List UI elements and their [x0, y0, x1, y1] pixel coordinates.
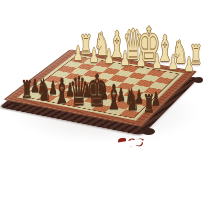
piece-white-knight: ♞	[172, 36, 188, 68]
piece-white-bishop: ♝	[156, 32, 174, 68]
board-foot	[194, 77, 203, 83]
board-square	[119, 109, 139, 118]
board-foot	[142, 128, 155, 135]
product-image: ♜♞♝♛♚♝♞♜♟♟♟♟♟♟♟♟♟♟♟♟♟♟♟♟♜♞♝♛♚♝♞♜ es	[0, 0, 220, 210]
piece-white-rook: ♜	[189, 42, 202, 68]
